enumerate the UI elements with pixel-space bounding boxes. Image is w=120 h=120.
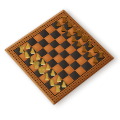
chess-board: ♜♟♟♜♞♟♟♞♝♟♟♝♛♟♟♛♚♟♟♚♝♟♟♝♞♟♟♞♜♟♟♜	[4, 9, 114, 105]
square-r7c6: ♟	[87, 57, 98, 67]
photo-stage: ♜♟♟♜♞♟♟♞♝♟♟♝♛♟♟♛♚♟♟♚♝♟♟♝♞♟♟♞♜♟♟♜	[0, 0, 120, 120]
board-grid: ♜♟♟♜♞♟♟♞♝♟♟♝♛♟♟♛♚♟♟♚♝♟♟♝♞♟♟♞♜♟♟♜	[14, 17, 104, 95]
scene: ♜♟♟♜♞♟♟♞♝♟♟♝♛♟♟♛♚♟♟♚♝♟♟♝♞♟♟♞♜♟♟♜	[0, 0, 120, 120]
piece-bB: ♝	[86, 40, 94, 49]
piece-bB: ♝	[70, 25, 78, 34]
piece-bN: ♞	[65, 20, 73, 28]
